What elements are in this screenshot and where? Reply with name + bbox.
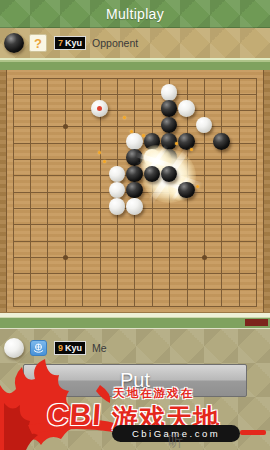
white-stone — [109, 198, 126, 215]
sparkle-effect — [196, 185, 199, 188]
black-stone — [126, 182, 143, 199]
me-rank-word: Kyu — [65, 344, 82, 353]
un-flag-icon — [30, 340, 47, 356]
board-frame — [0, 70, 270, 313]
me-rank-number: 9 — [58, 344, 63, 353]
white-stone — [109, 182, 126, 199]
sparkle-effect — [103, 160, 106, 163]
sparkle-effect — [142, 134, 145, 137]
black-stone — [161, 100, 178, 117]
grid-line-vertical — [256, 78, 257, 307]
star-point — [63, 255, 68, 260]
sparkle-effect — [98, 151, 101, 154]
white-stone — [126, 133, 143, 150]
star-point — [63, 124, 68, 129]
question-mark-label: ? — [34, 36, 42, 51]
grid-line-horizontal — [13, 306, 258, 307]
app-header: Multiplay — [0, 0, 270, 28]
gomoku-board[interactable] — [0, 70, 270, 313]
opponent-rank-number: 7 — [58, 39, 63, 48]
black-stone — [161, 117, 178, 134]
black-stone — [126, 166, 143, 183]
star-point — [202, 255, 207, 260]
app-screen: Multiplay ? 7 Kyu Opponent — [0, 0, 270, 450]
me-bar: 9 Kyu Me — [0, 334, 270, 362]
black-stone — [144, 166, 161, 183]
opponent-rank-badge: 7 Kyu — [54, 36, 86, 50]
sparkle-effect — [175, 142, 178, 145]
sparkle-effect — [190, 148, 193, 151]
sparkle-effect — [130, 130, 133, 133]
un-emblem-glyph — [31, 341, 46, 355]
me-rank-badge: 9 Kyu — [54, 341, 86, 355]
sparkle-effect — [123, 116, 126, 119]
white-stone — [196, 117, 213, 134]
bottom-panel: 9 Kyu Me Put — [0, 328, 270, 450]
question-mark-icon: ? — [29, 34, 47, 52]
me-name: Me — [92, 342, 107, 354]
opponent-bar: ? 7 Kyu Opponent — [0, 28, 270, 58]
black-stone — [178, 133, 195, 150]
grid-line-vertical — [221, 78, 222, 307]
white-stone — [126, 198, 143, 215]
put-button[interactable]: Put — [23, 364, 247, 397]
page-title: Multiplay — [106, 6, 164, 22]
opponent-rank-word: Kyu — [65, 39, 82, 48]
white-stone — [161, 84, 178, 101]
white-stone — [109, 166, 126, 183]
grid-line-horizontal — [13, 289, 258, 290]
opponent-black-stone-avatar — [4, 33, 24, 53]
black-stone — [213, 133, 230, 150]
me-white-stone-avatar — [4, 338, 24, 358]
white-stone — [178, 100, 195, 117]
separator-top — [0, 58, 270, 70]
separator-bottom — [0, 313, 270, 328]
black-stone — [178, 182, 195, 199]
grid-line-vertical — [239, 78, 240, 307]
opponent-name: Opponent — [92, 37, 138, 49]
watermark-red-chip — [245, 319, 268, 326]
